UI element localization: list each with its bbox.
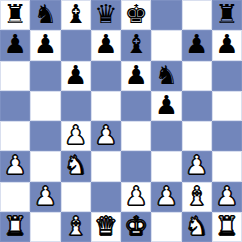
piece-black-knight[interactable]: ♞	[155, 62, 178, 88]
piece-white-pawn[interactable]: ♟	[215, 183, 238, 209]
piece-black-rook[interactable]: ♜	[215, 1, 238, 27]
piece-white-rook[interactable]: ♜	[215, 213, 238, 239]
square-c7[interactable]	[61, 30, 91, 60]
square-a7[interactable]: ♟	[0, 30, 30, 60]
square-d4[interactable]: ♟	[91, 121, 121, 151]
square-e8[interactable]: ♚	[121, 0, 151, 30]
piece-black-pawn[interactable]: ♟	[34, 31, 57, 57]
square-b4[interactable]	[30, 121, 60, 151]
square-h5[interactable]	[212, 91, 242, 121]
square-e7[interactable]: ♝	[121, 30, 151, 60]
piece-white-king[interactable]: ♚	[124, 213, 147, 239]
square-c6[interactable]: ♟	[61, 61, 91, 91]
square-a5[interactable]	[0, 91, 30, 121]
square-d1[interactable]: ♛	[91, 212, 121, 242]
piece-black-rook[interactable]: ♜	[3, 1, 26, 27]
piece-black-pawn[interactable]: ♟	[185, 31, 208, 57]
square-h7[interactable]: ♟	[212, 30, 242, 60]
square-f8[interactable]	[151, 0, 181, 30]
piece-white-pawn[interactable]: ♟	[3, 152, 26, 178]
square-a2[interactable]	[0, 182, 30, 212]
piece-white-pawn[interactable]: ♟	[155, 183, 178, 209]
square-f5[interactable]: ♟	[151, 91, 181, 121]
square-d5[interactable]	[91, 91, 121, 121]
square-g2[interactable]: ♝	[182, 182, 212, 212]
piece-white-knight[interactable]: ♞	[64, 152, 87, 178]
square-h4[interactable]	[212, 121, 242, 151]
square-f2[interactable]: ♟	[151, 182, 181, 212]
square-g7[interactable]: ♟	[182, 30, 212, 60]
chess-board-container: ♜♞♝♛♚♜♟♟♟♝♟♟♟♟♞♟♟♟♟♞♟♟♟♟♝♟♜♝♛♚♞♜	[0, 0, 242, 242]
piece-black-pawn[interactable]: ♟	[64, 62, 87, 88]
square-h2[interactable]: ♟	[212, 182, 242, 212]
square-a4[interactable]	[0, 121, 30, 151]
square-e5[interactable]	[121, 91, 151, 121]
square-e2[interactable]: ♟	[121, 182, 151, 212]
square-b6[interactable]	[30, 61, 60, 91]
square-f3[interactable]	[151, 151, 181, 181]
square-g4[interactable]	[182, 121, 212, 151]
square-f7[interactable]	[151, 30, 181, 60]
square-g1[interactable]: ♞	[182, 212, 212, 242]
square-b2[interactable]: ♟	[30, 182, 60, 212]
square-b3[interactable]	[30, 151, 60, 181]
piece-black-pawn[interactable]: ♟	[3, 31, 26, 57]
square-a6[interactable]	[0, 61, 30, 91]
square-e4[interactable]	[121, 121, 151, 151]
piece-white-queen[interactable]: ♛	[94, 213, 117, 239]
piece-black-king[interactable]: ♚	[124, 1, 147, 27]
square-h3[interactable]	[212, 151, 242, 181]
piece-white-pawn[interactable]: ♟	[64, 122, 87, 148]
square-d6[interactable]	[91, 61, 121, 91]
piece-black-bishop[interactable]: ♝	[64, 1, 87, 27]
square-f4[interactable]	[151, 121, 181, 151]
square-d2[interactable]	[91, 182, 121, 212]
square-f6[interactable]: ♞	[151, 61, 181, 91]
square-c8[interactable]: ♝	[61, 0, 91, 30]
piece-white-pawn[interactable]: ♟	[124, 183, 147, 209]
piece-white-knight[interactable]: ♞	[185, 213, 208, 239]
piece-black-bishop[interactable]: ♝	[124, 31, 147, 57]
square-e6[interactable]: ♟	[121, 61, 151, 91]
square-g3[interactable]: ♟	[182, 151, 212, 181]
piece-black-pawn[interactable]: ♟	[215, 31, 238, 57]
piece-black-queen[interactable]: ♛	[94, 1, 117, 27]
square-g6[interactable]	[182, 61, 212, 91]
chess-board: ♜♞♝♛♚♜♟♟♟♝♟♟♟♟♞♟♟♟♟♞♟♟♟♟♝♟♜♝♛♚♞♜	[0, 0, 242, 242]
piece-white-rook[interactable]: ♜	[3, 213, 26, 239]
square-b8[interactable]: ♞	[30, 0, 60, 30]
square-b5[interactable]	[30, 91, 60, 121]
square-h6[interactable]	[212, 61, 242, 91]
square-c3[interactable]: ♞	[61, 151, 91, 181]
piece-white-pawn[interactable]: ♟	[185, 152, 208, 178]
piece-black-knight[interactable]: ♞	[34, 1, 57, 27]
square-e3[interactable]	[121, 151, 151, 181]
piece-white-pawn[interactable]: ♟	[34, 183, 57, 209]
square-d3[interactable]	[91, 151, 121, 181]
piece-black-pawn[interactable]: ♟	[124, 62, 147, 88]
square-c4[interactable]: ♟	[61, 121, 91, 151]
square-b7[interactable]: ♟	[30, 30, 60, 60]
square-d7[interactable]: ♟	[91, 30, 121, 60]
square-g8[interactable]	[182, 0, 212, 30]
piece-black-pawn[interactable]: ♟	[94, 31, 117, 57]
square-c5[interactable]	[61, 91, 91, 121]
square-g5[interactable]	[182, 91, 212, 121]
square-c2[interactable]	[61, 182, 91, 212]
square-a3[interactable]: ♟	[0, 151, 30, 181]
square-a8[interactable]: ♜	[0, 0, 30, 30]
square-b1[interactable]	[30, 212, 60, 242]
square-e1[interactable]: ♚	[121, 212, 151, 242]
square-h1[interactable]: ♜	[212, 212, 242, 242]
square-f1[interactable]	[151, 212, 181, 242]
square-a1[interactable]: ♜	[0, 212, 30, 242]
square-d8[interactable]: ♛	[91, 0, 121, 30]
piece-white-pawn[interactable]: ♟	[94, 122, 117, 148]
piece-white-bishop[interactable]: ♝	[64, 213, 87, 239]
piece-white-bishop[interactable]: ♝	[185, 183, 208, 209]
piece-black-pawn[interactable]: ♟	[155, 92, 178, 118]
square-h8[interactable]: ♜	[212, 0, 242, 30]
square-c1[interactable]: ♝	[61, 212, 91, 242]
